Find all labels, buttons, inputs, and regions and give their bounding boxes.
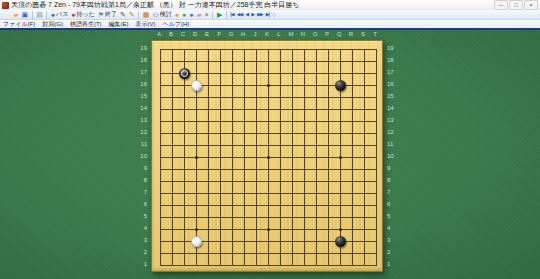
coord-row-right-15: 15 [387,92,401,100]
coord-col-R: R [346,30,356,38]
coord-row-right-4: 4 [387,224,401,232]
stone-black-Q3 [335,236,346,247]
menu-item-view[interactable]: 表示(V) [136,21,156,28]
grid-line-horizontal [160,253,377,254]
star-point-K16 [267,84,270,87]
board-grid-icon: ▦ [143,10,150,19]
coord-row-right-10: 10 [387,152,401,160]
coord-row-left-5: 5 [133,212,147,220]
save-file-button[interactable]: ▣ [21,10,30,19]
coord-row-left-16: 16 [133,80,147,88]
review-button[interactable]: ⚇検討 [151,10,172,19]
grid-line-vertical [292,49,293,266]
circle-outline-icon: ○ [272,10,276,19]
red-x-icon: × [205,10,209,19]
grid-line-vertical [316,49,317,266]
stone-blue-button[interactable]: ● [188,10,194,19]
coord-row-left-11: 11 [133,140,147,148]
play-button[interactable]: ▶ [216,10,223,19]
stone-orange-button[interactable]: ● [174,10,180,19]
coord-row-left-14: 14 [133,104,147,112]
coord-row-right-19: 19 [387,44,401,52]
menu-item-file[interactable]: ファイル(F) [3,21,35,28]
pen-icon: ✎ [129,10,135,19]
title-bar: 天頂の囲碁 7 Zen - 79本因坊戦第1局／余正麒 （黒） 対 一力遼本因坊… [0,0,540,10]
undo-move-label: 待った [77,10,95,19]
coord-row-left-10: 10 [133,152,147,160]
coord-col-H: H [238,30,248,38]
close-button[interactable]: × [524,0,538,10]
toolbar-separator [212,11,213,19]
coord-row-right-7: 7 [387,188,401,196]
coord-row-right-13: 13 [387,116,401,124]
coord-row-right-12: 12 [387,128,401,136]
coord-row-left-9: 9 [133,164,147,172]
go-board[interactable] [151,40,383,272]
coord-row-right-1: 1 [387,260,401,268]
toolbar: ▤▰▣▤●パス●待った⚑終了✎✎▦⚇検討●●●▰×▶|◀◀◀◀▶▶▶▶|○ [0,10,540,20]
coord-row-right-18: 18 [387,56,401,64]
star-point-Q4 [339,228,342,231]
grid-line-vertical [328,49,329,266]
grid-line-vertical [364,49,365,266]
coord-col-P: P [322,30,332,38]
star-point-K4 [267,228,270,231]
toolbar-separator [32,11,33,19]
coord-row-right-3: 3 [387,236,401,244]
star-point-Q10 [339,156,342,159]
eraser-icon: ▰ [196,10,201,19]
board-area: ABCDEFGHJKLMNOPQRST191918181717161615151… [0,30,540,279]
coord-col-K: K [262,30,272,38]
coord-col-N: N [298,30,308,38]
coord-row-left-2: 2 [133,248,147,256]
grid-line-horizontal [160,217,377,218]
grid-line-horizontal [160,265,377,266]
pass-button[interactable]: ●パス [50,10,70,19]
go-first-button[interactable]: |◀ [229,10,234,19]
star-point-D10 [195,156,198,159]
coord-row-right-6: 6 [387,200,401,208]
stone-green-button[interactable]: ● [181,10,187,19]
coord-col-M: M [286,30,296,38]
coord-row-left-17: 17 [133,68,147,76]
coord-row-right-5: 5 [387,212,401,220]
end-flag-icon: ⚑ [98,10,104,19]
forward-one-button[interactable]: ▶ [250,10,255,19]
coord-col-J: J [250,30,260,38]
grid-line-horizontal [160,181,377,182]
print-button[interactable]: ▤ [35,10,44,19]
coord-row-left-7: 7 [133,188,147,196]
window-controls: ─□× [493,0,538,10]
coord-col-B: B [166,30,176,38]
delete-move-button[interactable]: × [204,10,210,19]
toolbar-separator [138,11,139,19]
eraser-button[interactable]: ▰ [195,10,202,19]
menu-item-game[interactable]: 対局(G) [42,21,63,28]
coord-row-right-9: 9 [387,164,401,172]
grid-line-vertical [280,49,281,266]
menu-item-edit[interactable]: 編集(E) [109,21,129,28]
coord-row-left-1: 1 [133,260,147,268]
play-triangle-icon: ▶ [217,10,222,19]
undo-move-button[interactable]: ●待った [70,10,96,19]
maximize-button[interactable]: □ [509,0,523,10]
pen-black-button[interactable]: ✎ [119,10,127,19]
toolbar-separator [46,11,47,19]
pen-icon: ✎ [120,10,126,19]
coord-col-A: A [154,30,164,38]
coord-row-left-12: 12 [133,128,147,136]
coord-row-left-3: 3 [133,236,147,244]
minimize-button[interactable]: ─ [494,0,508,10]
pass-circle-icon: ● [51,10,55,19]
coord-row-left-6: 6 [133,200,147,208]
nav-first-icon: |◀ [230,10,233,19]
stone-white-D16 [191,80,202,91]
grid-line-horizontal [160,169,377,170]
end-game-label: 終了 [105,10,117,19]
undo-circle-icon: ● [71,10,75,19]
board-window-button[interactable]: ▦ [142,10,151,19]
stone-white-D3 [191,236,202,247]
coord-row-right-11: 11 [387,140,401,148]
analyze-button[interactable]: ○ [271,10,277,19]
app-icon [2,2,9,9]
grid-line-vertical [376,49,377,266]
floppy-disk-icon: ▣ [22,10,29,19]
grid-line-vertical [304,49,305,266]
coord-col-L: L [274,30,284,38]
coord-row-right-2: 2 [387,248,401,256]
menu-item-replay[interactable]: 棋譜再生(T) [70,21,102,28]
pass-label: パス [56,10,68,19]
coord-row-left-8: 8 [133,176,147,184]
back-one-button[interactable]: ◀ [244,10,249,19]
coord-col-G: G [226,30,236,38]
coord-col-O: O [310,30,320,38]
nav-last-icon: ▶| [266,10,269,19]
grid-line-horizontal [160,193,377,194]
last-move-marker [181,70,188,77]
coord-col-T: T [370,30,380,38]
pen-orange-button[interactable]: ✎ [128,10,136,19]
nav-forward-fast-icon: ▶▶ [257,10,263,19]
ball-green-icon: ● [182,10,186,19]
star-point-K10 [267,156,270,159]
nav-forward-icon: ▶ [251,10,254,19]
people-icon: ⚇ [152,10,158,19]
review-label: 検討 [160,10,172,19]
new-file-button[interactable]: ▤ [3,10,12,19]
grid-line-horizontal [160,205,377,206]
open-folder-icon: ▰ [13,10,18,19]
coord-row-right-8: 8 [387,176,401,184]
menu-bar: ファイル(F)対局(G)棋譜再生(T)編集(E)表示(V)ヘルプ(H) [0,21,540,28]
toolbar-separator [226,11,227,19]
ball-orange-icon: ● [175,10,179,19]
coord-col-F: F [214,30,224,38]
window-title: 天頂の囲碁 7 Zen - 79本因坊戦第1局／余正麒 （黒） 対 一力遼本因坊… [11,0,493,10]
nav-back-icon: ◀ [245,10,248,19]
menu-item-help[interactable]: ヘルプ(H) [163,21,190,28]
coord-row-left-13: 13 [133,116,147,124]
coord-col-S: S [358,30,368,38]
coord-row-left-15: 15 [133,92,147,100]
app-window: 天頂の囲碁 7 Zen - 79本因坊戦第1局／余正麒 （黒） 対 一力遼本因坊… [0,0,540,279]
coord-row-right-14: 14 [387,104,401,112]
coord-row-left-18: 18 [133,56,147,64]
nav-back-fast-icon: ◀◀ [237,10,243,19]
coord-col-Q: Q [334,30,344,38]
coord-col-D: D [190,30,200,38]
coord-col-C: C [178,30,188,38]
new-document-icon: ▤ [4,10,11,19]
coord-row-right-16: 16 [387,80,401,88]
coord-row-right-17: 17 [387,68,401,76]
printer-icon: ▤ [36,10,43,19]
go-last-button[interactable]: ▶| [265,10,270,19]
stone-black-C17 [179,68,190,79]
end-game-button[interactable]: ⚑終了 [97,10,118,19]
coord-col-E: E [202,30,212,38]
forward-fast-button[interactable]: ▶▶ [256,10,264,19]
grid-line-vertical [352,49,353,266]
star-point-D4 [195,228,198,231]
back-fast-button[interactable]: ◀◀ [236,10,244,19]
open-file-button[interactable]: ▰ [12,10,19,19]
coord-row-left-4: 4 [133,224,147,232]
stone-black-Q16 [335,80,346,91]
coord-row-left-19: 19 [133,44,147,52]
ball-blue-icon: ● [189,10,193,19]
